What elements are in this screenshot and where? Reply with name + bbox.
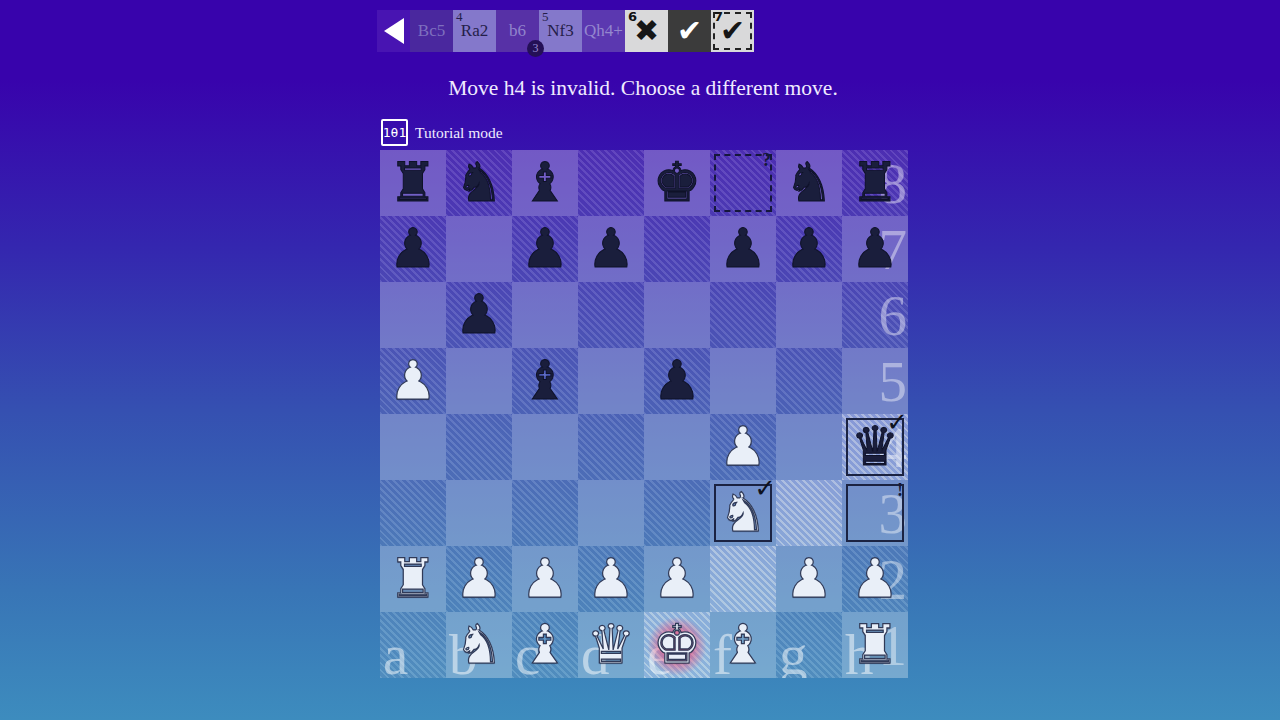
square-d4[interactable] (578, 414, 644, 480)
tutorial-101-icon: 1θ1 (381, 119, 408, 146)
square-e4[interactable] (644, 414, 710, 480)
black-pawn-g7[interactable]: ♟ (776, 216, 842, 282)
square-d5[interactable] (578, 348, 644, 414)
confirm-move-cell[interactable]: ✔ (668, 10, 711, 52)
rank-label-5: 5 (879, 349, 908, 414)
square-g6[interactable] (776, 282, 842, 348)
square-h7[interactable]: 7♟ (842, 216, 908, 282)
square-a4[interactable] (380, 414, 446, 480)
square-c2[interactable]: ♟ (512, 546, 578, 612)
square-b4[interactable] (446, 414, 512, 480)
square-g5[interactable] (776, 348, 842, 414)
black-bishop-c8[interactable]: ♝ (512, 150, 578, 216)
tutorial-mode-indicator: 1θ1 Tutorial mode (381, 119, 503, 146)
square-c8[interactable]: ♝ (512, 150, 578, 216)
black-pawn-a7[interactable]: ♟ (380, 216, 446, 282)
square-e3[interactable] (644, 480, 710, 546)
move-cells: Bc54Ra2b65Nf3Qh4+6✖✔7✔ (410, 10, 754, 52)
square-f7[interactable]: ♟ (710, 216, 776, 282)
square-h1[interactable]: 1h♜ (842, 612, 908, 678)
move-cell-Ra2[interactable]: 4Ra2 (453, 10, 496, 52)
square-f2[interactable] (710, 546, 776, 612)
black-pawn-d7[interactable]: ♟ (578, 216, 644, 282)
black-bishop-c5[interactable]: ♝ (512, 348, 578, 414)
square-b2[interactable]: ♟ (446, 546, 512, 612)
move-cell-Qh4+[interactable]: Qh4+ (582, 10, 625, 52)
move-label: b6 (509, 21, 526, 41)
confirm-move-cell[interactable]: 7✔ (711, 10, 754, 52)
square-h6[interactable]: 6 (842, 282, 908, 348)
black-knight-g8[interactable]: ♞ (776, 150, 842, 216)
square-h4[interactable]: 4♛✓ (842, 414, 908, 480)
white-pawn-g2[interactable]: ♟ (776, 546, 842, 612)
file-label-g: g (779, 622, 808, 678)
square-f4[interactable]: ♟ (710, 414, 776, 480)
file-label-a: a (383, 622, 408, 678)
square-b1[interactable]: b♞ (446, 612, 512, 678)
square-b6[interactable]: ♟ (446, 282, 512, 348)
black-pawn-h7[interactable]: ♟ (842, 216, 908, 282)
white-queen-d1[interactable]: ♛ (578, 612, 644, 678)
tutorial-mode-label: Tutorial mode (415, 124, 503, 142)
move-label: Nf3 (547, 21, 573, 41)
black-knight-b8[interactable]: ♞ (446, 150, 512, 216)
white-pawn-d2[interactable]: ♟ (578, 546, 644, 612)
black-pawn-b6[interactable]: ♟ (446, 282, 512, 348)
square-f1[interactable]: f♝ (710, 612, 776, 678)
square-b3[interactable] (446, 480, 512, 546)
solid-outline-h3 (846, 484, 904, 542)
square-f5[interactable] (710, 348, 776, 414)
square-e7[interactable] (644, 216, 710, 282)
white-rook-h1[interactable]: ♜ (842, 612, 908, 678)
square-e5[interactable]: ♟ (644, 348, 710, 414)
black-pawn-e5[interactable]: ♟ (644, 348, 710, 414)
square-a5[interactable]: ♟ (380, 348, 446, 414)
checkmark-icon: ✔ (720, 10, 745, 52)
square-h5[interactable]: 5 (842, 348, 908, 414)
square-e6[interactable] (644, 282, 710, 348)
move-number-label: 6 (628, 10, 637, 24)
square-g8[interactable]: ♞ (776, 150, 842, 216)
white-pawn-b2[interactable]: ♟ (446, 546, 512, 612)
move-label: Ra2 (461, 21, 488, 41)
square-c4[interactable] (512, 414, 578, 480)
square-f6[interactable] (710, 282, 776, 348)
back-button[interactable] (377, 10, 410, 52)
question-mark-icon: ? (762, 151, 771, 169)
square-a3[interactable] (380, 480, 446, 546)
square-h2[interactable]: 2♟ (842, 546, 908, 612)
square-d1[interactable]: d♛ (578, 612, 644, 678)
white-king-e1[interactable]: ♚ (644, 612, 710, 678)
square-c6[interactable] (512, 282, 578, 348)
black-king-e8[interactable]: ♚ (644, 150, 710, 216)
reject-move-cell[interactable]: 6✖ (625, 10, 668, 52)
square-d3[interactable] (578, 480, 644, 546)
square-h3[interactable]: 3! (842, 480, 908, 546)
square-f8[interactable]: ? (710, 150, 776, 216)
square-g2[interactable]: ♟ (776, 546, 842, 612)
white-knight-b1[interactable]: ♞ (446, 612, 512, 678)
square-f3[interactable]: ♞✓ (710, 480, 776, 546)
move-number-label: 5 (542, 10, 549, 24)
rank-label-6: 6 (879, 283, 908, 348)
square-c5[interactable]: ♝ (512, 348, 578, 414)
white-pawn-e2[interactable]: ♟ (644, 546, 710, 612)
checkmark-icon: ✔ (677, 10, 702, 52)
move-label: Qh4+ (584, 21, 623, 41)
white-bishop-c1[interactable]: ♝ (512, 612, 578, 678)
white-pawn-f4[interactable]: ♟ (710, 414, 776, 480)
white-pawn-c2[interactable]: ♟ (512, 546, 578, 612)
status-message: Move h4 is invalid. Choose a different m… (337, 76, 949, 101)
back-arrow-icon (384, 18, 404, 44)
square-h8[interactable]: 8♜ (842, 150, 908, 216)
square-c7[interactable]: ♟ (512, 216, 578, 282)
move-cell-Nf3[interactable]: 5Nf3 (539, 10, 582, 52)
square-a7[interactable]: ♟ (380, 216, 446, 282)
black-pawn-f7[interactable]: ♟ (710, 216, 776, 282)
square-b7[interactable] (446, 216, 512, 282)
move-number-label: 7 (714, 10, 723, 24)
square-c3[interactable] (512, 480, 578, 546)
square-a2[interactable]: ♜ (380, 546, 446, 612)
square-g4[interactable] (776, 414, 842, 480)
black-pawn-c7[interactable]: ♟ (512, 216, 578, 282)
move-number-label: 4 (456, 10, 463, 24)
square-a6[interactable] (380, 282, 446, 348)
x-icon: ✖ (634, 10, 659, 52)
square-d8[interactable] (578, 150, 644, 216)
white-pawn-h2[interactable]: ♟ (842, 546, 908, 612)
square-g3[interactable] (776, 480, 842, 546)
checkmark-icon: ✓ (754, 475, 776, 501)
square-e1[interactable]: e♚ (644, 612, 710, 678)
exclamation-mark-icon: ! (897, 481, 903, 499)
white-rook-a2[interactable]: ♜ (380, 546, 446, 612)
square-c1[interactable]: c♝ (512, 612, 578, 678)
checkmark-icon: ✓ (886, 409, 908, 435)
square-g7[interactable]: ♟ (776, 216, 842, 282)
move-history-strip: Bc54Ra2b65Nf3Qh4+6✖✔7✔ (377, 10, 754, 52)
chess-board: ♜♞♝♚?♞8♜♟♟♟♟♟7♟♟6♟♝♟5♟4♛✓♞✓3!♜♟♟♟♟♟2♟ab♞… (380, 150, 908, 678)
square-b8[interactable]: ♞ (446, 150, 512, 216)
white-pawn-a5[interactable]: ♟ (380, 348, 446, 414)
square-g1[interactable]: g (776, 612, 842, 678)
black-rook-h8[interactable]: ♜ (842, 150, 908, 216)
square-a8[interactable]: ♜ (380, 150, 446, 216)
move-number-badge: 3 (527, 40, 544, 57)
white-bishop-f1[interactable]: ♝ (710, 612, 776, 678)
square-a1[interactable]: a (380, 612, 446, 678)
square-e8[interactable]: ♚ (644, 150, 710, 216)
square-d6[interactable] (578, 282, 644, 348)
square-e2[interactable]: ♟ (644, 546, 710, 612)
square-d2[interactable]: ♟ (578, 546, 644, 612)
black-rook-a8[interactable]: ♜ (380, 150, 446, 216)
move-label: Bc5 (418, 21, 445, 41)
square-d7[interactable]: ♟ (578, 216, 644, 282)
square-b5[interactable] (446, 348, 512, 414)
move-cell-Bc5[interactable]: Bc5 (410, 10, 453, 52)
